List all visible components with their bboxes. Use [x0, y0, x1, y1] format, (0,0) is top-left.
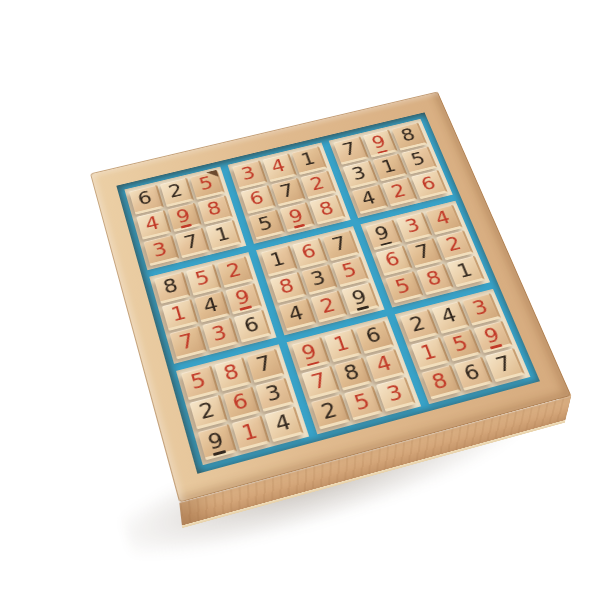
- tile-digit: 5: [256, 214, 275, 234]
- tile-r7c4[interactable]: 9: [292, 337, 330, 370]
- tile-r4c9[interactable]: 4: [426, 205, 463, 235]
- tile-digit: 7: [182, 232, 201, 253]
- tile-digit: 8: [205, 199, 224, 219]
- tile-digit: 7: [413, 242, 433, 263]
- product-photo-stage: 6254983713416725987983154268521497361678…: [0, 0, 600, 600]
- tile-r8c6[interactable]: 4: [366, 349, 405, 383]
- tile-r5c6[interactable]: 5: [332, 256, 369, 287]
- tile-digit: 3: [209, 322, 229, 344]
- tile-digit: 6: [242, 314, 262, 336]
- tile-r7c8[interactable]: 4: [431, 301, 470, 333]
- tile-r7c1[interactable]: 5: [181, 366, 219, 400]
- tile-digit: 3: [349, 164, 368, 184]
- tile-r9c4[interactable]: 2: [311, 394, 350, 429]
- tile-digit: 7: [177, 330, 196, 353]
- tile-r7c3[interactable]: 7: [247, 349, 285, 383]
- tile-r8c7[interactable]: 1: [411, 337, 450, 370]
- tile-r3c8[interactable]: 2: [382, 177, 418, 206]
- tile-digit: 8: [161, 276, 180, 298]
- tile-r6c3[interactable]: 6: [234, 310, 271, 343]
- tile-r1c1[interactable]: 6: [129, 185, 164, 214]
- tile-digit: 9: [174, 206, 192, 226]
- tile-r9c2[interactable]: 1: [232, 415, 271, 451]
- tile-digit: 6: [382, 249, 402, 270]
- tile-digit: 7: [493, 353, 515, 376]
- tile-digit: 8: [277, 276, 297, 298]
- tile-digit: 5: [193, 268, 212, 289]
- tile-r8c9[interactable]: 9: [474, 320, 513, 353]
- sudoku-board: 6254983713416725987983154268521497361678…: [124, 119, 530, 465]
- box-4: 852149736: [149, 252, 276, 364]
- box-3: 798315426: [329, 119, 453, 218]
- tile-digit: 2: [197, 399, 217, 423]
- tile-digit: 3: [470, 297, 491, 319]
- tile-r5c9[interactable]: 2: [436, 230, 473, 261]
- tile-digit: 6: [418, 174, 438, 194]
- board-interior: 6254983713416725987983154268521497361678…: [116, 112, 540, 473]
- tile-r4c5[interactable]: 6: [292, 238, 329, 269]
- tile-digit: 6: [247, 189, 266, 209]
- box-6: 934672581: [360, 201, 490, 308]
- tile-r7c9[interactable]: 3: [462, 293, 501, 325]
- tile-digit: 9: [349, 287, 369, 309]
- tile-digit: 2: [167, 181, 185, 201]
- tile-digit: 3: [384, 382, 405, 405]
- tile-digit: 2: [318, 295, 338, 317]
- tile-digit: 5: [408, 150, 427, 169]
- tile-r2c2[interactable]: 9: [167, 202, 202, 232]
- tile-digit: 4: [143, 214, 161, 234]
- tile-digit: 4: [272, 411, 293, 435]
- box-1: 625498371: [124, 167, 246, 271]
- tile-digit: 2: [224, 260, 243, 281]
- box-9: 243159867: [395, 289, 531, 404]
- tile-digit: 1: [239, 420, 260, 444]
- tile-r5c2[interactable]: 4: [194, 291, 231, 323]
- tile-digit: 1: [268, 249, 287, 270]
- scene: 6254983713416725987983154268521497361678…: [0, 0, 600, 600]
- tile-r2c3[interactable]: 8: [198, 195, 233, 225]
- tile-digit: 1: [331, 333, 351, 356]
- tile-digit: 6: [461, 361, 483, 384]
- tile-digit: 9: [286, 206, 305, 226]
- tile-digit: 6: [363, 325, 384, 347]
- tile-r7c2[interactable]: 8: [214, 357, 252, 391]
- tile-digit: 6: [230, 390, 250, 414]
- tile-r5c3[interactable]: 9: [226, 283, 263, 315]
- sudoku-tray: 6254983713416725987983154268521497361678…: [90, 91, 571, 502]
- tile-digit: 8: [317, 199, 336, 219]
- tile-r6c7[interactable]: 5: [385, 272, 423, 304]
- tile-r6c2[interactable]: 3: [202, 318, 239, 351]
- tile-r5c4[interactable]: 8: [270, 272, 307, 304]
- tile-r3c2[interactable]: 7: [175, 228, 211, 258]
- tile-r2c5[interactable]: 7: [271, 178, 306, 207]
- tile-r6c9[interactable]: 1: [447, 256, 485, 287]
- tile-digit: 8: [424, 268, 444, 289]
- tile-r2c8[interactable]: 1: [372, 153, 408, 182]
- tile-digit: 4: [269, 157, 288, 176]
- tile-r9c5[interactable]: 5: [344, 386, 383, 421]
- tile-r8c1[interactable]: 2: [189, 395, 227, 430]
- tile-digit: 7: [330, 234, 350, 255]
- tile-r8c2[interactable]: 6: [223, 386, 261, 421]
- tile-digit: 5: [197, 174, 215, 194]
- tile-digit: 1: [299, 150, 318, 169]
- tile-digit: 5: [189, 370, 209, 393]
- tile-digit: 7: [340, 140, 359, 159]
- tile-digit: 4: [286, 303, 306, 325]
- tile-digit: 3: [151, 239, 170, 260]
- box-8: 916784253: [287, 316, 421, 434]
- tile-r3c1[interactable]: 3: [144, 235, 179, 266]
- tile-r1c9[interactable]: 8: [392, 123, 427, 151]
- box-5: 167835429: [256, 226, 385, 335]
- box-7: 587263914: [176, 344, 309, 465]
- tile-r3c4[interactable]: 5: [249, 210, 285, 240]
- tile-r2c4[interactable]: 6: [240, 185, 275, 214]
- tile-r1c3[interactable]: 5: [190, 170, 225, 199]
- tile-digit: 4: [373, 353, 394, 376]
- tile-r4c4[interactable]: 1: [261, 245, 297, 276]
- tile-digit: 4: [439, 305, 460, 327]
- tile-r6c5[interactable]: 2: [310, 291, 348, 323]
- tile-digit: 2: [443, 234, 463, 255]
- tile-r1c4[interactable]: 3: [232, 160, 267, 189]
- tile-r1c2[interactable]: 2: [160, 178, 195, 207]
- tile-r2c1[interactable]: 4: [136, 210, 171, 240]
- tile-r2c6[interactable]: 2: [301, 170, 337, 199]
- tile-digit: 2: [308, 174, 327, 194]
- tile-digit: 3: [239, 164, 258, 184]
- tile-digit: 3: [308, 268, 328, 289]
- tile-r9c3[interactable]: 4: [265, 407, 304, 442]
- tile-digit: 4: [359, 188, 378, 208]
- tile-digit: 9: [233, 287, 252, 309]
- tile-r9c9[interactable]: 7: [485, 348, 525, 382]
- tile-r5c5[interactable]: 3: [301, 264, 338, 295]
- tile-r4c7[interactable]: 9: [365, 220, 402, 250]
- tile-digit: 1: [213, 224, 232, 245]
- tile-digit: 9: [481, 325, 502, 347]
- tile-r9c1[interactable]: 9: [198, 424, 237, 460]
- tile-r3c6[interactable]: 8: [310, 195, 346, 225]
- tile-r4c1[interactable]: 8: [154, 272, 190, 304]
- tile-r3c3[interactable]: 1: [206, 220, 242, 250]
- tile-digit: 6: [136, 189, 154, 209]
- tile-r8c3[interactable]: 3: [256, 377, 294, 412]
- tile-digit: 4: [201, 295, 220, 317]
- tile-digit: 5: [339, 260, 359, 281]
- tile-digit: 9: [372, 223, 392, 244]
- tile-r4c3[interactable]: 2: [217, 256, 253, 287]
- wood-frame: 6254983713416725987983154268521497361678…: [90, 91, 571, 502]
- tile-digit: 6: [299, 242, 318, 263]
- tile-r1c5[interactable]: 4: [262, 153, 297, 182]
- box-2: 341672598: [228, 142, 351, 243]
- tile-digit: 1: [454, 260, 475, 281]
- tile-r7c5[interactable]: 1: [324, 329, 362, 362]
- tile-digit: 8: [341, 361, 362, 384]
- tile-r6c6[interactable]: 9: [342, 283, 380, 315]
- tile-digit: 2: [319, 399, 340, 423]
- tile-r9c8[interactable]: 6: [454, 357, 494, 391]
- tile-digit: 9: [206, 429, 226, 453]
- tile-r7c7[interactable]: 2: [400, 309, 438, 342]
- tile-digit: 7: [278, 181, 297, 201]
- tile-digit: 9: [369, 133, 388, 152]
- tile-digit: 8: [399, 126, 418, 145]
- tile-digit: 8: [221, 362, 241, 385]
- tile-digit: 1: [169, 303, 188, 325]
- tile-r5c7[interactable]: 6: [375, 245, 412, 276]
- tile-r5c1[interactable]: 1: [162, 299, 199, 331]
- tile-r8c5[interactable]: 8: [334, 357, 373, 391]
- tile-r3c5[interactable]: 9: [279, 202, 315, 232]
- tile-digit: 7: [309, 370, 330, 393]
- tile-digit: 3: [403, 216, 423, 236]
- tile-digit: 1: [379, 157, 398, 176]
- tile-digit: 5: [351, 390, 372, 414]
- tile-digit: 8: [429, 370, 450, 393]
- tile-r4c2[interactable]: 5: [186, 264, 222, 295]
- tile-r9c6[interactable]: 3: [376, 377, 415, 412]
- tile-r1c8[interactable]: 9: [363, 129, 398, 157]
- tile-digit: 5: [393, 276, 413, 298]
- tile-r6c4[interactable]: 4: [279, 299, 316, 331]
- tile-r2c9[interactable]: 5: [402, 146, 438, 174]
- tile-r2c7[interactable]: 3: [343, 160, 379, 189]
- tile-r3c9[interactable]: 6: [412, 170, 448, 199]
- tile-r4c6[interactable]: 7: [323, 230, 360, 261]
- tile-r7c6[interactable]: 6: [356, 321, 394, 354]
- tile-r8c4[interactable]: 7: [301, 365, 340, 399]
- tile-digit: 2: [407, 313, 428, 335]
- tile-r1c7[interactable]: 7: [333, 136, 368, 164]
- tile-r3c7[interactable]: 4: [352, 185, 388, 214]
- tile-r6c1[interactable]: 7: [170, 326, 207, 359]
- tile-digit: 9: [299, 341, 319, 364]
- tile-digit: 3: [263, 382, 283, 405]
- tile-r1c6[interactable]: 1: [292, 146, 327, 174]
- tile-digit: 1: [418, 341, 439, 364]
- tile-digit: 5: [450, 333, 471, 356]
- tile-digit: 2: [389, 181, 409, 201]
- tile-digit: 7: [254, 353, 274, 376]
- tile-r8c8[interactable]: 5: [442, 329, 481, 362]
- tile-r9c7[interactable]: 8: [422, 365, 461, 399]
- tile-digit: 4: [433, 208, 453, 228]
